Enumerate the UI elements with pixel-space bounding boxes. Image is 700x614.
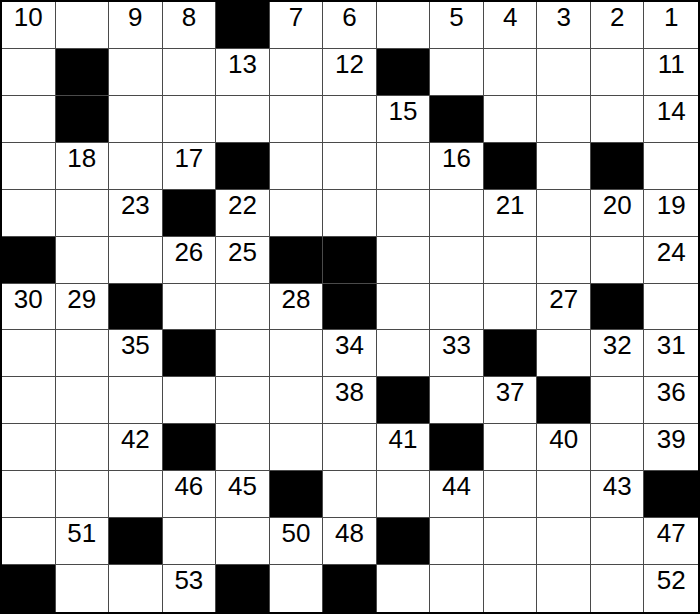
- cell-r9c12[interactable]: 39: [644, 424, 698, 471]
- clue-number: 42: [121, 426, 150, 452]
- cell-r12c2[interactable]: [109, 565, 163, 612]
- cell-r11c10[interactable]: [537, 518, 591, 565]
- cell-r8c12[interactable]: 36: [644, 377, 698, 424]
- clue-number: 39: [657, 426, 686, 452]
- cell-r4c3: [163, 190, 217, 237]
- cell-r9c8: [430, 424, 484, 471]
- cell-r11c12[interactable]: 47: [644, 518, 698, 565]
- cell-r11c6[interactable]: 48: [323, 518, 377, 565]
- cell-r5c9[interactable]: [484, 237, 538, 284]
- cell-r10c10[interactable]: [537, 471, 591, 518]
- cell-r2c1: [56, 96, 110, 143]
- cell-r6c10[interactable]: 27: [537, 284, 591, 331]
- cell-r2c3[interactable]: [163, 96, 217, 143]
- clue-number: 41: [389, 426, 418, 452]
- cell-r9c6[interactable]: [323, 424, 377, 471]
- clue-number: 36: [657, 379, 686, 405]
- clue-number: 17: [174, 145, 203, 171]
- cell-r6c2: [109, 284, 163, 331]
- cell-r5c1[interactable]: [56, 237, 110, 284]
- cell-r4c12[interactable]: 19: [644, 190, 698, 237]
- cell-r0c12[interactable]: 1: [644, 2, 698, 49]
- cell-r7c9: [484, 330, 538, 377]
- cell-r0c7[interactable]: [377, 2, 431, 49]
- cell-r0c5[interactable]: 7: [270, 2, 324, 49]
- cell-r4c1[interactable]: [56, 190, 110, 237]
- cell-r4c2[interactable]: 23: [109, 190, 163, 237]
- cell-r12c9[interactable]: [484, 565, 538, 612]
- clue-number: 34: [335, 332, 364, 358]
- clue-number: 31: [657, 332, 686, 358]
- cell-r6c12[interactable]: [644, 284, 698, 331]
- cell-r3c11: [591, 143, 645, 190]
- cell-r6c8[interactable]: [430, 284, 484, 331]
- clue-number: 33: [442, 332, 471, 358]
- cell-r6c6: [323, 284, 377, 331]
- cell-r2c8: [430, 96, 484, 143]
- cell-r5c8[interactable]: [430, 237, 484, 284]
- cell-r3c1[interactable]: 18: [56, 143, 110, 190]
- cell-r1c11[interactable]: [591, 49, 645, 96]
- cell-r10c9[interactable]: [484, 471, 538, 518]
- cell-r12c7[interactable]: [377, 565, 431, 612]
- cell-r2c11[interactable]: [591, 96, 645, 143]
- clue-number: 16: [442, 145, 471, 171]
- cell-r4c4[interactable]: 22: [216, 190, 270, 237]
- cell-r3c3[interactable]: 17: [163, 143, 217, 190]
- cell-r4c6[interactable]: [323, 190, 377, 237]
- cell-r11c11[interactable]: [591, 518, 645, 565]
- clue-number: 30: [14, 286, 43, 312]
- cell-r8c9[interactable]: 37: [484, 377, 538, 424]
- clue-number: 27: [549, 286, 578, 312]
- cell-r1c0[interactable]: [2, 49, 56, 96]
- cell-r1c7: [377, 49, 431, 96]
- cell-r8c1[interactable]: [56, 377, 110, 424]
- cell-r11c9[interactable]: [484, 518, 538, 565]
- cell-r7c2[interactable]: 35: [109, 330, 163, 377]
- clue-number: 15: [389, 98, 418, 124]
- clue-number: 43: [603, 473, 632, 499]
- cell-r12c11[interactable]: [591, 565, 645, 612]
- clue-number: 3: [556, 4, 570, 30]
- cell-r10c5: [270, 471, 324, 518]
- clue-number: 50: [281, 520, 310, 546]
- clue-number: 18: [67, 145, 96, 171]
- cell-r8c0[interactable]: [2, 377, 56, 424]
- clue-number: 7: [289, 4, 303, 30]
- clue-number: 10: [14, 4, 43, 30]
- cell-r10c7[interactable]: [377, 471, 431, 518]
- cell-r5c3[interactable]: 26: [163, 237, 217, 284]
- clue-number: 20: [603, 192, 632, 218]
- clue-number: 24: [657, 239, 686, 265]
- cell-r6c5[interactable]: 28: [270, 284, 324, 331]
- cell-r10c6[interactable]: [323, 471, 377, 518]
- clue-number: 26: [174, 239, 203, 265]
- clue-number: 1: [664, 4, 678, 30]
- clue-number: 45: [228, 473, 257, 499]
- crossword-grid: 1098765432113121115141817162322212019262…: [0, 0, 700, 614]
- cell-r2c10[interactable]: [537, 96, 591, 143]
- cell-r0c0[interactable]: 10: [2, 2, 56, 49]
- cell-r5c10[interactable]: [537, 237, 591, 284]
- cell-r0c3[interactable]: 8: [163, 2, 217, 49]
- cell-r5c4[interactable]: 25: [216, 237, 270, 284]
- cell-r10c3[interactable]: 46: [163, 471, 217, 518]
- cell-r2c7[interactable]: 15: [377, 96, 431, 143]
- clue-number: 4: [503, 4, 517, 30]
- cell-r2c5[interactable]: [270, 96, 324, 143]
- cell-r4c8[interactable]: [430, 190, 484, 237]
- cell-r9c0[interactable]: [2, 424, 56, 471]
- cell-r6c0[interactable]: 30: [2, 284, 56, 331]
- cell-r0c8[interactable]: 5: [430, 2, 484, 49]
- clue-number: 14: [657, 98, 686, 124]
- clue-number: 29: [67, 286, 96, 312]
- cell-r0c6[interactable]: 6: [323, 2, 377, 49]
- cell-r6c3[interactable]: [163, 284, 217, 331]
- clue-number: 38: [335, 379, 364, 405]
- cell-r8c2[interactable]: [109, 377, 163, 424]
- clue-number: 35: [121, 332, 150, 358]
- clue-number: 8: [182, 4, 196, 30]
- cell-r5c5: [270, 237, 324, 284]
- cell-r5c11[interactable]: [591, 237, 645, 284]
- cell-r3c2[interactable]: [109, 143, 163, 190]
- clue-number: 9: [128, 4, 142, 30]
- cell-r6c4[interactable]: [216, 284, 270, 331]
- clue-number: 21: [496, 192, 525, 218]
- clue-number: 37: [496, 379, 525, 405]
- cell-r1c4[interactable]: 13: [216, 49, 270, 96]
- cell-r5c6: [323, 237, 377, 284]
- cell-r2c9[interactable]: [484, 96, 538, 143]
- cell-r12c6: [323, 565, 377, 612]
- cell-r10c1[interactable]: [56, 471, 110, 518]
- cell-r1c10[interactable]: [537, 49, 591, 96]
- cell-r7c11[interactable]: 32: [591, 330, 645, 377]
- cell-r1c3[interactable]: [163, 49, 217, 96]
- cell-r7c10[interactable]: [537, 330, 591, 377]
- cell-r7c3: [163, 330, 217, 377]
- cell-r3c4: [216, 143, 270, 190]
- clue-number: 2: [610, 4, 624, 30]
- clue-number: 46: [174, 473, 203, 499]
- cell-r2c4[interactable]: [216, 96, 270, 143]
- cell-r5c0: [2, 237, 56, 284]
- cell-r9c3: [163, 424, 217, 471]
- cell-r12c0: [2, 565, 56, 612]
- cell-r3c10[interactable]: [537, 143, 591, 190]
- clue-number: 47: [657, 520, 686, 546]
- cell-r7c12[interactable]: 31: [644, 330, 698, 377]
- cell-r3c6[interactable]: [323, 143, 377, 190]
- cell-r8c7: [377, 377, 431, 424]
- clue-number: 28: [281, 286, 310, 312]
- cell-r8c5[interactable]: [270, 377, 324, 424]
- cell-r7c1[interactable]: [56, 330, 110, 377]
- cell-r12c12[interactable]: 52: [644, 565, 698, 612]
- cell-r11c3[interactable]: [163, 518, 217, 565]
- clue-number: 51: [67, 520, 96, 546]
- cell-r9c9[interactable]: [484, 424, 538, 471]
- cell-r3c7[interactable]: [377, 143, 431, 190]
- cell-r10c11[interactable]: 43: [591, 471, 645, 518]
- cell-r8c6[interactable]: 38: [323, 377, 377, 424]
- cell-r7c7[interactable]: [377, 330, 431, 377]
- clue-number: 32: [603, 332, 632, 358]
- cell-r0c11[interactable]: 2: [591, 2, 645, 49]
- cell-r0c10[interactable]: 3: [537, 2, 591, 49]
- cell-r1c8[interactable]: [430, 49, 484, 96]
- cell-r3c12[interactable]: [644, 143, 698, 190]
- cell-r9c5[interactable]: [270, 424, 324, 471]
- cell-r12c5[interactable]: [270, 565, 324, 612]
- cell-r5c2[interactable]: [109, 237, 163, 284]
- clue-number: 11: [658, 51, 685, 77]
- clue-number: 19: [657, 192, 686, 218]
- cell-r8c11[interactable]: [591, 377, 645, 424]
- cell-r12c1[interactable]: [56, 565, 110, 612]
- cell-r4c10[interactable]: [537, 190, 591, 237]
- cell-r8c10: [537, 377, 591, 424]
- cell-r2c6[interactable]: [323, 96, 377, 143]
- clue-number: 13: [228, 51, 257, 77]
- cell-r7c8[interactable]: 33: [430, 330, 484, 377]
- cell-r5c7[interactable]: [377, 237, 431, 284]
- cell-r4c0[interactable]: [2, 190, 56, 237]
- cell-r10c0[interactable]: [2, 471, 56, 518]
- clue-number: 12: [335, 51, 364, 77]
- cell-r3c9: [484, 143, 538, 190]
- cell-r12c8[interactable]: [430, 565, 484, 612]
- cell-r0c4: [216, 2, 270, 49]
- clue-number: 48: [335, 520, 364, 546]
- cell-r9c1[interactable]: [56, 424, 110, 471]
- clue-number: 5: [449, 4, 463, 30]
- cell-r0c9[interactable]: 4: [484, 2, 538, 49]
- cell-r10c2[interactable]: [109, 471, 163, 518]
- cell-r3c5[interactable]: [270, 143, 324, 190]
- cell-r4c5[interactable]: [270, 190, 324, 237]
- cell-r7c4[interactable]: [216, 330, 270, 377]
- cell-r9c10[interactable]: 40: [537, 424, 591, 471]
- cell-r0c2[interactable]: 9: [109, 2, 163, 49]
- cell-r12c4: [216, 565, 270, 612]
- clue-number: 6: [342, 4, 356, 30]
- clue-number: 44: [442, 473, 471, 499]
- cell-r2c2[interactable]: [109, 96, 163, 143]
- cell-r9c2[interactable]: 42: [109, 424, 163, 471]
- cell-r11c8[interactable]: [430, 518, 484, 565]
- clue-number: 22: [228, 192, 257, 218]
- cell-r8c3[interactable]: [163, 377, 217, 424]
- cell-r7c0[interactable]: [2, 330, 56, 377]
- cell-r0c1[interactable]: [56, 2, 110, 49]
- cell-r6c1[interactable]: 29: [56, 284, 110, 331]
- cell-r12c3[interactable]: 53: [163, 565, 217, 612]
- cell-r1c1: [56, 49, 110, 96]
- cell-r10c12: [644, 471, 698, 518]
- cell-r2c12[interactable]: 14: [644, 96, 698, 143]
- cell-r4c11[interactable]: 20: [591, 190, 645, 237]
- cell-r9c4[interactable]: [216, 424, 270, 471]
- cell-r11c1[interactable]: 51: [56, 518, 110, 565]
- cell-r10c8[interactable]: 44: [430, 471, 484, 518]
- cell-r2c0[interactable]: [2, 96, 56, 143]
- clue-number: 25: [228, 239, 257, 265]
- clue-number: 52: [657, 567, 686, 593]
- cell-r8c4[interactable]: [216, 377, 270, 424]
- cell-r7c5[interactable]: [270, 330, 324, 377]
- cell-r1c9[interactable]: [484, 49, 538, 96]
- clue-number: 53: [174, 567, 203, 593]
- cell-r11c7: [377, 518, 431, 565]
- cell-r11c5[interactable]: 50: [270, 518, 324, 565]
- cell-r4c7[interactable]: [377, 190, 431, 237]
- cell-r11c0[interactable]: [2, 518, 56, 565]
- cell-r6c11: [591, 284, 645, 331]
- cell-r7c6[interactable]: 34: [323, 330, 377, 377]
- cell-r3c0[interactable]: [2, 143, 56, 190]
- cell-r11c2: [109, 518, 163, 565]
- cell-r8c8[interactable]: [430, 377, 484, 424]
- clue-number: 40: [549, 426, 578, 452]
- cell-r6c9[interactable]: [484, 284, 538, 331]
- cell-r1c5[interactable]: [270, 49, 324, 96]
- cell-r1c6[interactable]: 12: [323, 49, 377, 96]
- cell-r4c9[interactable]: 21: [484, 190, 538, 237]
- cell-r6c7[interactable]: [377, 284, 431, 331]
- cell-r10c4[interactable]: 45: [216, 471, 270, 518]
- cell-r3c8[interactable]: 16: [430, 143, 484, 190]
- cell-r1c2[interactable]: [109, 49, 163, 96]
- cell-r1c12[interactable]: 11: [644, 49, 698, 96]
- cell-r11c4[interactable]: [216, 518, 270, 565]
- cell-r9c11[interactable]: [591, 424, 645, 471]
- cell-r9c7[interactable]: 41: [377, 424, 431, 471]
- cell-r12c10[interactable]: [537, 565, 591, 612]
- clue-number: 23: [121, 192, 150, 218]
- cell-r5c12[interactable]: 24: [644, 237, 698, 284]
